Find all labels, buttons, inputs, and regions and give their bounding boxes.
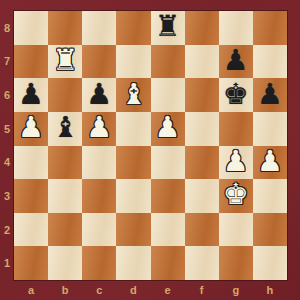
square-d8[interactable] (116, 11, 150, 45)
square-e2[interactable] (151, 213, 185, 247)
square-a1[interactable] (14, 246, 48, 280)
square-a4[interactable] (14, 146, 48, 180)
square-b7[interactable]: ♜ (48, 45, 82, 79)
square-e4[interactable] (151, 146, 185, 180)
piece-white-king[interactable]: ♚ (223, 180, 249, 209)
file-label-g: g (219, 280, 253, 300)
piece-white-rook[interactable]: ♜ (52, 46, 78, 75)
square-c7[interactable] (82, 45, 116, 79)
square-g7[interactable]: ♟ (219, 45, 253, 79)
square-d1[interactable] (116, 246, 150, 280)
square-e5[interactable]: ♟ (151, 112, 185, 146)
square-f6[interactable] (185, 78, 219, 112)
square-g3[interactable]: ♚ (219, 179, 253, 213)
file-label-f: f (185, 280, 219, 300)
rank-label-8: 8 (0, 11, 14, 45)
piece-black-pawn[interactable]: ♟ (257, 80, 283, 109)
square-c3[interactable] (82, 179, 116, 213)
rank-label-4: 4 (0, 146, 14, 180)
square-a2[interactable] (14, 213, 48, 247)
square-h6[interactable]: ♟ (253, 78, 287, 112)
square-c6[interactable]: ♟ (82, 78, 116, 112)
rank-label-1: 1 (0, 246, 14, 280)
square-d3[interactable] (116, 179, 150, 213)
square-h1[interactable] (253, 246, 287, 280)
square-c2[interactable] (82, 213, 116, 247)
square-b8[interactable] (48, 11, 82, 45)
square-a6[interactable]: ♟ (14, 78, 48, 112)
square-a5[interactable]: ♟ (14, 112, 48, 146)
rank-label-6: 6 (0, 78, 14, 112)
file-label-c: c (82, 280, 116, 300)
square-f7[interactable] (185, 45, 219, 79)
square-e3[interactable] (151, 179, 185, 213)
square-g8[interactable] (219, 11, 253, 45)
square-h2[interactable] (253, 213, 287, 247)
square-b6[interactable] (48, 78, 82, 112)
piece-black-pawn[interactable]: ♟ (223, 46, 249, 75)
rank-label-2: 2 (0, 213, 14, 247)
chess-board-frame: 87654321 abcdefgh ♜♜♟♟♟♝♚♟♟♝♟♟♟♟♚ (0, 0, 300, 300)
square-f1[interactable] (185, 246, 219, 280)
square-g4[interactable]: ♟ (219, 146, 253, 180)
file-label-e: e (151, 280, 185, 300)
file-label-h: h (253, 280, 287, 300)
piece-white-pawn[interactable]: ♟ (155, 113, 181, 142)
piece-white-pawn[interactable]: ♟ (86, 113, 112, 142)
rank-label-5: 5 (0, 112, 14, 146)
file-label-d: d (116, 280, 150, 300)
square-h8[interactable] (253, 11, 287, 45)
piece-white-pawn[interactable]: ♟ (257, 147, 283, 176)
piece-black-king[interactable]: ♚ (223, 80, 249, 109)
square-e1[interactable] (151, 246, 185, 280)
piece-black-bishop[interactable]: ♝ (52, 113, 78, 142)
square-h7[interactable] (253, 45, 287, 79)
rank-label-7: 7 (0, 45, 14, 79)
square-d6[interactable]: ♝ (116, 78, 150, 112)
square-b1[interactable] (48, 246, 82, 280)
square-d2[interactable] (116, 213, 150, 247)
chess-board: ♜♜♟♟♟♝♚♟♟♝♟♟♟♟♚ (14, 11, 287, 280)
square-g6[interactable]: ♚ (219, 78, 253, 112)
piece-black-pawn[interactable]: ♟ (86, 80, 112, 109)
square-c5[interactable]: ♟ (82, 112, 116, 146)
file-labels: abcdefgh (14, 280, 287, 300)
square-d5[interactable] (116, 112, 150, 146)
square-b4[interactable] (48, 146, 82, 180)
square-b5[interactable]: ♝ (48, 112, 82, 146)
piece-white-pawn[interactable]: ♟ (18, 113, 44, 142)
square-b3[interactable] (48, 179, 82, 213)
square-d4[interactable] (116, 146, 150, 180)
square-b2[interactable] (48, 213, 82, 247)
square-f5[interactable] (185, 112, 219, 146)
square-d7[interactable] (116, 45, 150, 79)
square-f4[interactable] (185, 146, 219, 180)
square-a7[interactable] (14, 45, 48, 79)
square-g2[interactable] (219, 213, 253, 247)
square-e6[interactable] (151, 78, 185, 112)
square-f2[interactable] (185, 213, 219, 247)
square-h4[interactable]: ♟ (253, 146, 287, 180)
piece-black-rook[interactable]: ♜ (155, 12, 181, 41)
rank-label-3: 3 (0, 179, 14, 213)
square-a8[interactable] (14, 11, 48, 45)
square-a3[interactable] (14, 179, 48, 213)
square-g1[interactable] (219, 246, 253, 280)
square-c1[interactable] (82, 246, 116, 280)
square-h5[interactable] (253, 112, 287, 146)
square-e8[interactable]: ♜ (151, 11, 185, 45)
file-label-b: b (48, 280, 82, 300)
square-c4[interactable] (82, 146, 116, 180)
square-c8[interactable] (82, 11, 116, 45)
piece-white-pawn[interactable]: ♟ (223, 147, 249, 176)
piece-white-bishop[interactable]: ♝ (120, 80, 146, 109)
square-e7[interactable] (151, 45, 185, 79)
rank-labels: 87654321 (0, 11, 14, 280)
file-label-a: a (14, 280, 48, 300)
piece-black-pawn[interactable]: ♟ (18, 80, 44, 109)
square-f8[interactable] (185, 11, 219, 45)
square-g5[interactable] (219, 112, 253, 146)
square-h3[interactable] (253, 179, 287, 213)
square-f3[interactable] (185, 179, 219, 213)
